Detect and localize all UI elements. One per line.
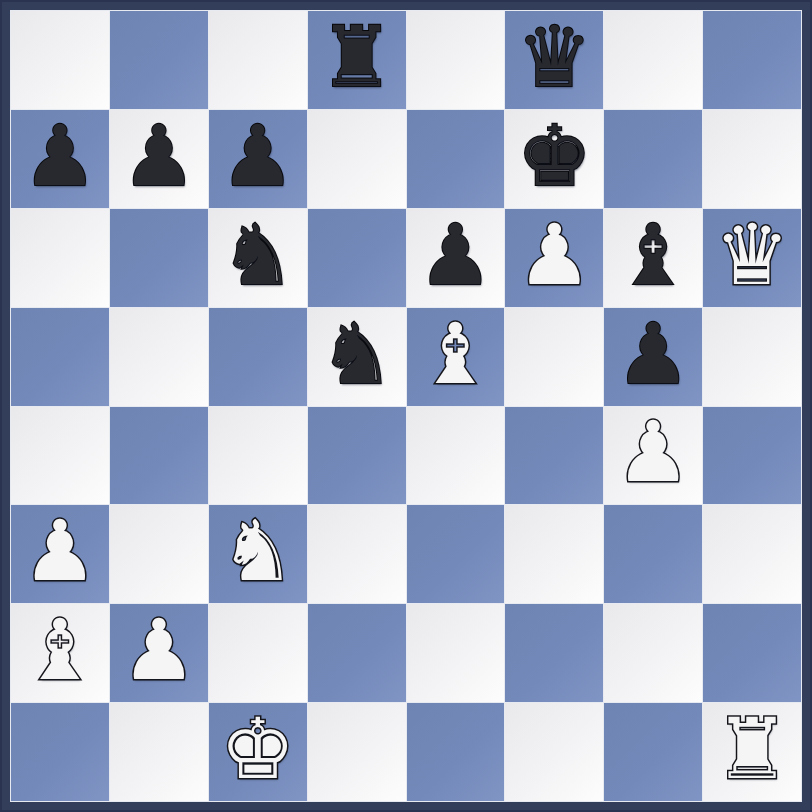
white-bishop: ♝ <box>22 608 97 692</box>
square-a3[interactable]: ♟ <box>11 505 109 603</box>
white-bishop: ♝ <box>418 312 493 396</box>
white-knight: ♞ <box>220 509 295 593</box>
square-e8[interactable] <box>407 11 505 109</box>
white-pawn: ♟ <box>22 509 97 593</box>
square-b1[interactable] <box>110 703 208 801</box>
square-h8[interactable] <box>703 11 801 109</box>
square-c5[interactable] <box>209 308 307 406</box>
square-d4[interactable] <box>308 407 406 505</box>
square-f8[interactable]: ♛ <box>505 11 603 109</box>
black-knight: ♞ <box>319 312 394 396</box>
square-f4[interactable] <box>505 407 603 505</box>
square-g7[interactable] <box>604 110 702 208</box>
square-c1[interactable]: ♚ <box>209 703 307 801</box>
square-a5[interactable] <box>11 308 109 406</box>
white-king: ♚ <box>220 707 295 791</box>
square-f3[interactable] <box>505 505 603 603</box>
square-d7[interactable] <box>308 110 406 208</box>
square-b6[interactable] <box>110 209 208 307</box>
square-h5[interactable] <box>703 308 801 406</box>
white-queen: ♛ <box>714 213 789 297</box>
square-e4[interactable] <box>407 407 505 505</box>
white-pawn: ♟ <box>517 213 592 297</box>
black-pawn: ♟ <box>22 114 97 198</box>
black-pawn: ♟ <box>220 114 295 198</box>
square-e6[interactable]: ♟ <box>407 209 505 307</box>
square-d6[interactable] <box>308 209 406 307</box>
square-c2[interactable] <box>209 604 307 702</box>
square-f7[interactable]: ♚ <box>505 110 603 208</box>
square-c3[interactable]: ♞ <box>209 505 307 603</box>
square-b7[interactable]: ♟ <box>110 110 208 208</box>
square-h1[interactable]: ♜ <box>703 703 801 801</box>
black-bishop: ♝ <box>616 213 691 297</box>
square-c6[interactable]: ♞ <box>209 209 307 307</box>
square-b5[interactable] <box>110 308 208 406</box>
square-e3[interactable] <box>407 505 505 603</box>
chess-board: ♜♛♟♟♟♚♞♟♟♝♛♞♝♟♟♟♞♝♟♚♜ <box>10 10 802 802</box>
square-a8[interactable] <box>11 11 109 109</box>
white-pawn: ♟ <box>121 608 196 692</box>
white-rook: ♜ <box>714 707 789 791</box>
black-queen: ♛ <box>517 15 592 99</box>
square-f1[interactable] <box>505 703 603 801</box>
square-g6[interactable]: ♝ <box>604 209 702 307</box>
square-a1[interactable] <box>11 703 109 801</box>
square-h3[interactable] <box>703 505 801 603</box>
square-g5[interactable]: ♟ <box>604 308 702 406</box>
black-knight: ♞ <box>220 213 295 297</box>
square-g3[interactable] <box>604 505 702 603</box>
square-a2[interactable]: ♝ <box>11 604 109 702</box>
square-h7[interactable] <box>703 110 801 208</box>
black-pawn: ♟ <box>121 114 196 198</box>
square-e7[interactable] <box>407 110 505 208</box>
square-e1[interactable] <box>407 703 505 801</box>
square-b4[interactable] <box>110 407 208 505</box>
square-b3[interactable] <box>110 505 208 603</box>
square-a7[interactable]: ♟ <box>11 110 109 208</box>
square-d3[interactable] <box>308 505 406 603</box>
black-rook: ♜ <box>319 15 394 99</box>
white-pawn: ♟ <box>616 410 691 494</box>
square-f6[interactable]: ♟ <box>505 209 603 307</box>
square-b8[interactable] <box>110 11 208 109</box>
square-g2[interactable] <box>604 604 702 702</box>
square-h6[interactable]: ♛ <box>703 209 801 307</box>
square-f5[interactable] <box>505 308 603 406</box>
square-a4[interactable] <box>11 407 109 505</box>
board-frame: ♜♛♟♟♟♚♞♟♟♝♛♞♝♟♟♟♞♝♟♚♜ <box>0 0 812 812</box>
square-d1[interactable] <box>308 703 406 801</box>
square-g8[interactable] <box>604 11 702 109</box>
black-pawn: ♟ <box>616 312 691 396</box>
square-d8[interactable]: ♜ <box>308 11 406 109</box>
black-king: ♚ <box>517 114 592 198</box>
square-h4[interactable] <box>703 407 801 505</box>
square-h2[interactable] <box>703 604 801 702</box>
square-g4[interactable]: ♟ <box>604 407 702 505</box>
square-g1[interactable] <box>604 703 702 801</box>
square-a6[interactable] <box>11 209 109 307</box>
square-c4[interactable] <box>209 407 307 505</box>
square-d5[interactable]: ♞ <box>308 308 406 406</box>
square-e2[interactable] <box>407 604 505 702</box>
square-e5[interactable]: ♝ <box>407 308 505 406</box>
square-f2[interactable] <box>505 604 603 702</box>
black-pawn: ♟ <box>418 213 493 297</box>
square-b2[interactable]: ♟ <box>110 604 208 702</box>
square-c8[interactable] <box>209 11 307 109</box>
square-c7[interactable]: ♟ <box>209 110 307 208</box>
square-d2[interactable] <box>308 604 406 702</box>
